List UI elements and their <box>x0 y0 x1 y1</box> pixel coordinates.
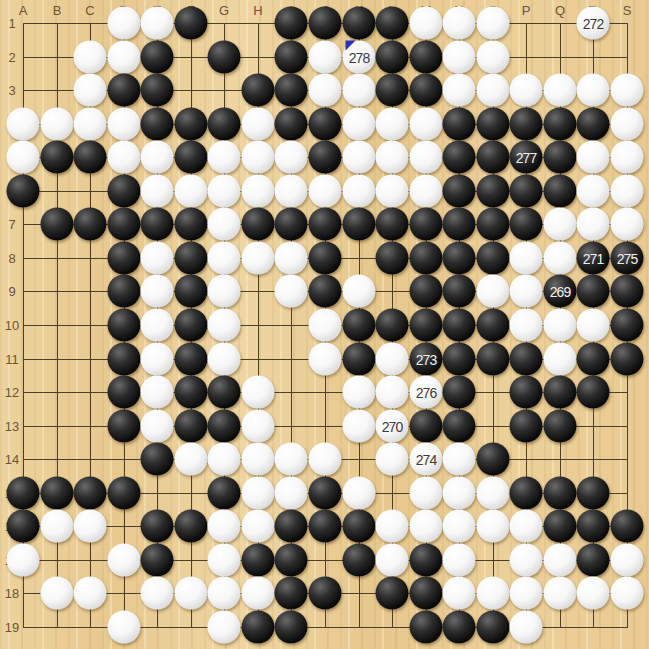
white-stone-J6 <box>309 175 342 208</box>
white-stone-A4 <box>7 108 40 141</box>
white-stone-K3 <box>343 74 376 107</box>
black-stone-J4 <box>309 108 342 141</box>
black-stone-D10 <box>108 309 141 342</box>
black-stone-O10 <box>477 309 510 342</box>
coord-label-left-9: 9 <box>8 285 15 298</box>
white-stone-D5 <box>108 141 141 174</box>
white-stone-Q11 <box>544 343 577 376</box>
black-stone-F11 <box>175 343 208 376</box>
black-stone-D15 <box>108 477 141 510</box>
white-stone-K2: 278 <box>343 41 376 74</box>
black-stone-G15 <box>208 477 241 510</box>
black-stone-O14 <box>477 443 510 476</box>
move-number-274: 274 <box>416 451 436 467</box>
black-stone-R11 <box>577 343 610 376</box>
black-stone-Q12 <box>544 376 577 409</box>
black-stone-D12 <box>108 376 141 409</box>
coord-label-left-14: 14 <box>5 453 19 466</box>
white-stone-K13 <box>343 410 376 443</box>
black-stone-L2 <box>376 41 409 74</box>
white-stone-L13: 270 <box>376 410 409 443</box>
white-stone-E10 <box>141 309 174 342</box>
black-stone-P4 <box>510 108 543 141</box>
black-stone-N9 <box>443 275 476 308</box>
black-stone-Q9: 269 <box>544 275 577 308</box>
black-stone-R12 <box>577 376 610 409</box>
white-stone-G9 <box>208 275 241 308</box>
coord-label-left-13: 13 <box>5 420 19 433</box>
white-stone-H16 <box>242 510 275 543</box>
black-stone-J15 <box>309 477 342 510</box>
white-stone-I6 <box>275 175 308 208</box>
white-stone-D17 <box>108 544 141 577</box>
black-stone-H3 <box>242 74 275 107</box>
white-stone-N17 <box>443 544 476 577</box>
black-stone-K11 <box>343 343 376 376</box>
white-stone-H18 <box>242 577 275 610</box>
white-stone-L12 <box>376 376 409 409</box>
black-stone-I4 <box>275 108 308 141</box>
black-stone-E14 <box>141 443 174 476</box>
white-stone-H5 <box>242 141 275 174</box>
black-stone-P6 <box>510 175 543 208</box>
black-stone-F1 <box>175 7 208 40</box>
black-stone-Q16 <box>544 510 577 543</box>
white-stone-R3 <box>577 74 610 107</box>
white-stone-D4 <box>108 108 141 141</box>
white-stone-M1 <box>410 7 443 40</box>
white-stone-S7 <box>611 208 644 241</box>
white-stone-R5 <box>577 141 610 174</box>
white-stone-S3 <box>611 74 644 107</box>
white-stone-Q7 <box>544 208 577 241</box>
white-stone-P3 <box>510 74 543 107</box>
move-number-278: 278 <box>349 49 369 65</box>
white-stone-K9 <box>343 275 376 308</box>
white-stone-Q17 <box>544 544 577 577</box>
white-stone-L4 <box>376 108 409 141</box>
black-stone-L3 <box>376 74 409 107</box>
black-stone-B15 <box>41 477 74 510</box>
black-stone-D9 <box>108 275 141 308</box>
black-stone-G12 <box>208 376 241 409</box>
black-stone-M8 <box>410 242 443 275</box>
white-stone-Q3 <box>544 74 577 107</box>
black-stone-E7 <box>141 208 174 241</box>
coord-label-left-12: 12 <box>5 386 19 399</box>
black-stone-P7 <box>510 208 543 241</box>
white-stone-O15 <box>477 477 510 510</box>
black-stone-Q15 <box>544 477 577 510</box>
white-stone-H6 <box>242 175 275 208</box>
white-stone-S5 <box>611 141 644 174</box>
black-stone-S16 <box>611 510 644 543</box>
white-stone-N1 <box>443 7 476 40</box>
black-stone-D13 <box>108 410 141 443</box>
black-stone-N4 <box>443 108 476 141</box>
white-stone-P10 <box>510 309 543 342</box>
white-stone-H4 <box>242 108 275 141</box>
white-stone-E6 <box>141 175 174 208</box>
move-number-277: 277 <box>516 149 536 165</box>
coord-label-left-1: 1 <box>8 17 15 30</box>
white-stone-C3 <box>74 74 107 107</box>
white-stone-I8 <box>275 242 308 275</box>
black-stone-G13 <box>208 410 241 443</box>
black-stone-I7 <box>275 208 308 241</box>
black-stone-N19 <box>443 611 476 644</box>
white-stone-H12 <box>242 376 275 409</box>
white-stone-J3 <box>309 74 342 107</box>
black-stone-C5 <box>74 141 107 174</box>
coord-label-left-10: 10 <box>5 319 19 332</box>
white-stone-N15 <box>443 477 476 510</box>
black-stone-N6 <box>443 175 476 208</box>
white-stone-O16 <box>477 510 510 543</box>
black-stone-D8 <box>108 242 141 275</box>
white-stone-M6 <box>410 175 443 208</box>
white-stone-H14 <box>242 443 275 476</box>
black-stone-P13 <box>510 410 543 443</box>
coord-label-left-11: 11 <box>5 353 19 366</box>
coord-label-left-19: 19 <box>5 621 19 634</box>
white-stone-J2 <box>309 41 342 74</box>
black-stone-O11 <box>477 343 510 376</box>
black-stone-B5 <box>41 141 74 174</box>
black-stone-K17 <box>343 544 376 577</box>
white-stone-D2 <box>108 41 141 74</box>
white-stone-G6 <box>208 175 241 208</box>
white-stone-A5 <box>7 141 40 174</box>
white-stone-G7 <box>208 208 241 241</box>
go-board[interactable]: ABCDEFGHIJKLMNOPQRS123456789101112131415… <box>0 0 649 649</box>
coord-label-left-2: 2 <box>8 51 15 64</box>
move-number-270: 270 <box>382 418 402 434</box>
white-stone-J11 <box>309 343 342 376</box>
white-stone-M16 <box>410 510 443 543</box>
white-stone-S6 <box>611 175 644 208</box>
white-stone-H13 <box>242 410 275 443</box>
black-stone-K16 <box>343 510 376 543</box>
white-stone-E1 <box>141 7 174 40</box>
white-stone-G14 <box>208 443 241 476</box>
coord-label-top-P: P <box>522 4 531 17</box>
white-stone-E5 <box>141 141 174 174</box>
black-stone-N13 <box>443 410 476 443</box>
white-stone-I5 <box>275 141 308 174</box>
black-stone-F8 <box>175 242 208 275</box>
white-stone-H15 <box>242 477 275 510</box>
black-stone-F4 <box>175 108 208 141</box>
black-stone-J9 <box>309 275 342 308</box>
black-stone-S10 <box>611 309 644 342</box>
white-stone-C4 <box>74 108 107 141</box>
white-stone-A17 <box>7 544 40 577</box>
white-stone-M5 <box>410 141 443 174</box>
coord-label-top-B: B <box>53 4 62 17</box>
white-stone-L5 <box>376 141 409 174</box>
black-stone-J16 <box>309 510 342 543</box>
white-stone-N3 <box>443 74 476 107</box>
black-stone-R9 <box>577 275 610 308</box>
white-stone-P17 <box>510 544 543 577</box>
black-stone-F12 <box>175 376 208 409</box>
black-stone-R17 <box>577 544 610 577</box>
black-stone-P12 <box>510 376 543 409</box>
black-stone-I18 <box>275 577 308 610</box>
white-stone-I15 <box>275 477 308 510</box>
white-stone-N2 <box>443 41 476 74</box>
white-stone-G8 <box>208 242 241 275</box>
black-stone-J8 <box>309 242 342 275</box>
black-stone-E4 <box>141 108 174 141</box>
black-stone-P11 <box>510 343 543 376</box>
black-stone-P5: 277 <box>510 141 543 174</box>
move-number-275: 275 <box>617 250 637 266</box>
white-stone-L16 <box>376 510 409 543</box>
white-stone-C18 <box>74 577 107 610</box>
move-number-276: 276 <box>416 384 436 400</box>
white-stone-E9 <box>141 275 174 308</box>
coord-label-top-A: A <box>19 4 28 17</box>
white-stone-Q18 <box>544 577 577 610</box>
black-stone-K7 <box>343 208 376 241</box>
black-stone-F13 <box>175 410 208 443</box>
white-stone-E11 <box>141 343 174 376</box>
black-stone-Q13 <box>544 410 577 443</box>
white-stone-K6 <box>343 175 376 208</box>
white-stone-M15 <box>410 477 443 510</box>
white-stone-G10 <box>208 309 241 342</box>
black-stone-M10 <box>410 309 443 342</box>
black-stone-O6 <box>477 175 510 208</box>
black-stone-E3 <box>141 74 174 107</box>
white-stone-M4 <box>410 108 443 141</box>
white-stone-K5 <box>343 141 376 174</box>
black-stone-M7 <box>410 208 443 241</box>
white-stone-D19 <box>108 611 141 644</box>
black-stone-J5 <box>309 141 342 174</box>
black-stone-R15 <box>577 477 610 510</box>
black-stone-Q6 <box>544 175 577 208</box>
black-stone-C7 <box>74 208 107 241</box>
move-number-273: 273 <box>416 351 436 367</box>
white-stone-G17 <box>208 544 241 577</box>
black-stone-J18 <box>309 577 342 610</box>
white-stone-R18 <box>577 577 610 610</box>
black-stone-E16 <box>141 510 174 543</box>
white-stone-E18 <box>141 577 174 610</box>
white-stone-B18 <box>41 577 74 610</box>
white-stone-F6 <box>175 175 208 208</box>
black-stone-O8 <box>477 242 510 275</box>
black-stone-M17 <box>410 544 443 577</box>
white-stone-P18 <box>510 577 543 610</box>
black-stone-E2 <box>141 41 174 74</box>
latest-move-marker-icon <box>346 41 356 51</box>
black-stone-F10 <box>175 309 208 342</box>
black-stone-B7 <box>41 208 74 241</box>
white-stone-H8 <box>242 242 275 275</box>
white-stone-J14 <box>309 443 342 476</box>
white-stone-I9 <box>275 275 308 308</box>
white-stone-O2 <box>477 41 510 74</box>
black-stone-M3 <box>410 74 443 107</box>
white-stone-K4 <box>343 108 376 141</box>
white-stone-C16 <box>74 510 107 543</box>
black-stone-M11: 273 <box>410 343 443 376</box>
white-stone-C2 <box>74 41 107 74</box>
white-stone-E8 <box>141 242 174 275</box>
white-stone-P16 <box>510 510 543 543</box>
white-stone-N18 <box>443 577 476 610</box>
coord-label-left-8: 8 <box>8 252 15 265</box>
black-stone-A16 <box>7 510 40 543</box>
white-stone-O9 <box>477 275 510 308</box>
white-stone-N16 <box>443 510 476 543</box>
white-stone-P8 <box>510 242 543 275</box>
black-stone-R4 <box>577 108 610 141</box>
white-stone-K15 <box>343 477 376 510</box>
white-stone-I14 <box>275 443 308 476</box>
white-stone-G16 <box>208 510 241 543</box>
black-stone-N11 <box>443 343 476 376</box>
white-stone-E13 <box>141 410 174 443</box>
white-stone-L14 <box>376 443 409 476</box>
white-stone-R6 <box>577 175 610 208</box>
coord-label-left-18: 18 <box>5 587 19 600</box>
white-stone-D1 <box>108 7 141 40</box>
black-stone-Q5 <box>544 141 577 174</box>
white-stone-O1 <box>477 7 510 40</box>
black-stone-K10 <box>343 309 376 342</box>
white-stone-Q10 <box>544 309 577 342</box>
black-stone-D3 <box>108 74 141 107</box>
black-stone-I17 <box>275 544 308 577</box>
black-stone-A15 <box>7 477 40 510</box>
black-stone-N5 <box>443 141 476 174</box>
black-stone-F7 <box>175 208 208 241</box>
black-stone-S9 <box>611 275 644 308</box>
white-stone-R1: 272 <box>577 7 610 40</box>
black-stone-H19 <box>242 611 275 644</box>
white-stone-E12 <box>141 376 174 409</box>
black-stone-R16 <box>577 510 610 543</box>
white-stone-L6 <box>376 175 409 208</box>
white-stone-N14 <box>443 443 476 476</box>
white-stone-J10 <box>309 309 342 342</box>
move-number-269: 269 <box>550 283 570 299</box>
black-stone-A6 <box>7 175 40 208</box>
black-stone-H17 <box>242 544 275 577</box>
white-stone-F18 <box>175 577 208 610</box>
white-stone-S17 <box>611 544 644 577</box>
black-stone-F5 <box>175 141 208 174</box>
white-stone-S4 <box>611 108 644 141</box>
black-stone-G4 <box>208 108 241 141</box>
white-stone-F14 <box>175 443 208 476</box>
black-stone-Q4 <box>544 108 577 141</box>
coord-label-left-3: 3 <box>8 84 15 97</box>
coord-label-top-H: H <box>253 4 262 17</box>
black-stone-I16 <box>275 510 308 543</box>
coord-label-top-C: C <box>85 4 94 17</box>
black-stone-N7 <box>443 208 476 241</box>
black-stone-F16 <box>175 510 208 543</box>
move-number-271: 271 <box>583 250 603 266</box>
black-stone-K1 <box>343 7 376 40</box>
black-stone-M2 <box>410 41 443 74</box>
white-stone-M14: 274 <box>410 443 443 476</box>
black-stone-I1 <box>275 7 308 40</box>
white-stone-G5 <box>208 141 241 174</box>
white-stone-G11 <box>208 343 241 376</box>
black-stone-J1 <box>309 7 342 40</box>
white-stone-L11 <box>376 343 409 376</box>
white-stone-Q8 <box>544 242 577 275</box>
black-stone-D7 <box>108 208 141 241</box>
black-stone-I2 <box>275 41 308 74</box>
black-stone-J7 <box>309 208 342 241</box>
black-stone-O19 <box>477 611 510 644</box>
black-stone-S8: 275 <box>611 242 644 275</box>
black-stone-N12 <box>443 376 476 409</box>
black-stone-L18 <box>376 577 409 610</box>
white-stone-L17 <box>376 544 409 577</box>
black-stone-L8 <box>376 242 409 275</box>
black-stone-M9 <box>410 275 443 308</box>
black-stone-M18 <box>410 577 443 610</box>
white-stone-G18 <box>208 577 241 610</box>
black-stone-M19 <box>410 611 443 644</box>
coord-label-top-S: S <box>623 4 632 17</box>
white-stone-M12: 276 <box>410 376 443 409</box>
black-stone-N8 <box>443 242 476 275</box>
black-stone-L7 <box>376 208 409 241</box>
black-stone-O7 <box>477 208 510 241</box>
coord-label-left-7: 7 <box>8 218 15 231</box>
black-stone-O4 <box>477 108 510 141</box>
black-stone-D11 <box>108 343 141 376</box>
white-stone-O3 <box>477 74 510 107</box>
move-number-272: 272 <box>583 15 603 31</box>
white-stone-P19 <box>510 611 543 644</box>
black-stone-N10 <box>443 309 476 342</box>
black-stone-E17 <box>141 544 174 577</box>
black-stone-I3 <box>275 74 308 107</box>
coord-label-top-G: G <box>219 4 229 17</box>
white-stone-K12 <box>343 376 376 409</box>
black-stone-M13 <box>410 410 443 443</box>
black-stone-R8: 271 <box>577 242 610 275</box>
black-stone-L1 <box>376 7 409 40</box>
black-stone-S11 <box>611 343 644 376</box>
white-stone-O18 <box>477 577 510 610</box>
white-stone-S18 <box>611 577 644 610</box>
white-stone-B4 <box>41 108 74 141</box>
white-stone-G19 <box>208 611 241 644</box>
black-stone-I19 <box>275 611 308 644</box>
black-stone-G2 <box>208 41 241 74</box>
black-stone-D6 <box>108 175 141 208</box>
black-stone-L10 <box>376 309 409 342</box>
black-stone-C15 <box>74 477 107 510</box>
coord-label-top-Q: Q <box>555 4 565 17</box>
white-stone-R7 <box>577 208 610 241</box>
black-stone-O5 <box>477 141 510 174</box>
white-stone-R10 <box>577 309 610 342</box>
white-stone-B16 <box>41 510 74 543</box>
